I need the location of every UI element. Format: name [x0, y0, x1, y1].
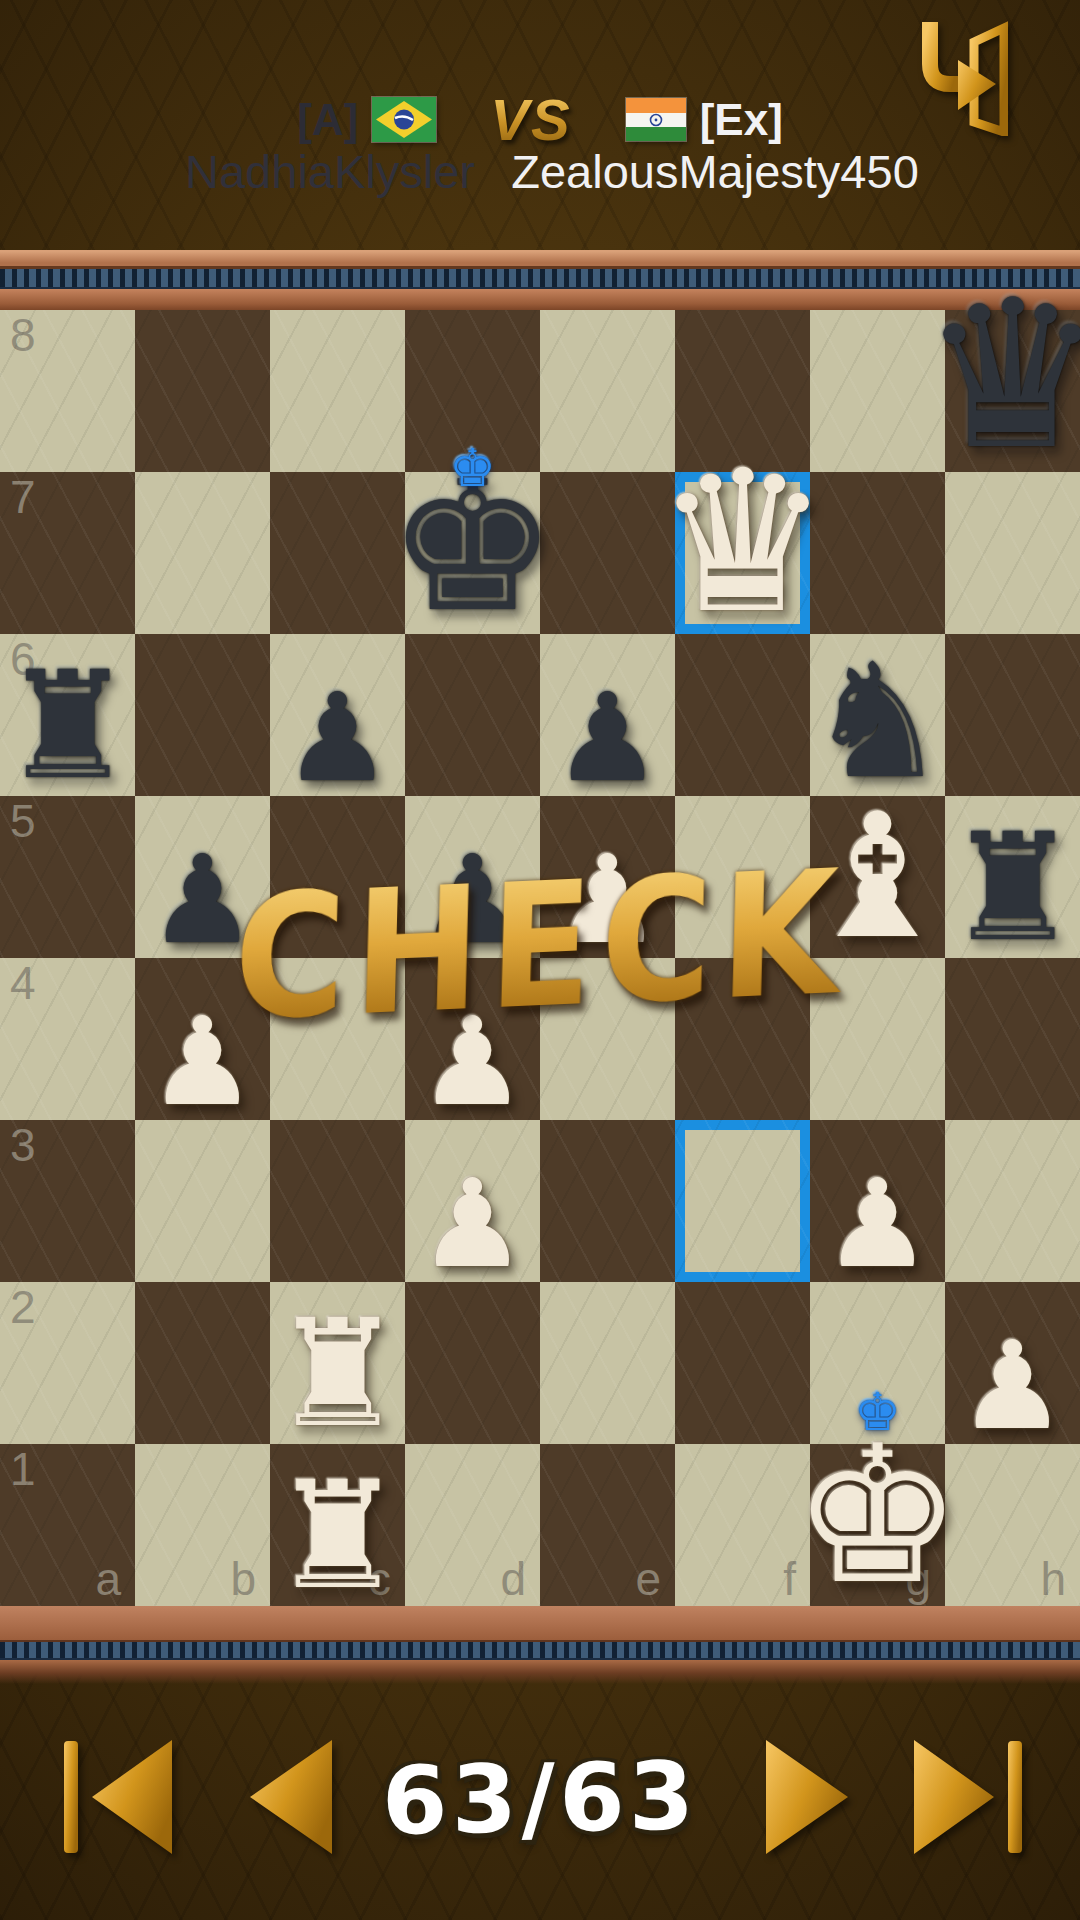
- exit-door-arrow-icon: [916, 124, 1008, 139]
- square-b5[interactable]: [135, 796, 270, 958]
- square-a8[interactable]: 8: [0, 310, 135, 472]
- match-header: [A] VS [Ex] Nadh: [0, 0, 1080, 250]
- square-a5[interactable]: 5: [0, 796, 135, 958]
- square-e4[interactable]: [540, 958, 675, 1120]
- square-a7[interactable]: 7: [0, 472, 135, 634]
- square-b6[interactable]: [135, 634, 270, 796]
- vs-label: VS: [490, 86, 571, 153]
- square-d6[interactable]: [405, 634, 540, 796]
- square-g3[interactable]: [810, 1120, 945, 1282]
- square-a1[interactable]: 1a: [0, 1444, 135, 1606]
- square-f7[interactable]: [675, 472, 810, 634]
- square-b2[interactable]: [135, 1282, 270, 1444]
- white-player-name: ZealousMajesty450: [425, 144, 1005, 199]
- square-a6[interactable]: 6: [0, 634, 135, 796]
- square-f4[interactable]: [675, 958, 810, 1120]
- skip-to-end-button[interactable]: [914, 1738, 1022, 1859]
- rank-label-2: 2: [10, 1284, 36, 1330]
- rank-label-6: 6: [10, 636, 36, 682]
- square-e5[interactable]: [540, 796, 675, 958]
- next-move-button[interactable]: [766, 1738, 852, 1859]
- square-e7[interactable]: [540, 472, 675, 634]
- black-player-tag: [A]: [297, 95, 358, 145]
- square-g4[interactable]: [810, 958, 945, 1120]
- square-h3[interactable]: [945, 1120, 1080, 1282]
- square-b8[interactable]: [135, 310, 270, 472]
- rank-label-5: 5: [10, 798, 36, 844]
- square-g6[interactable]: [810, 634, 945, 796]
- square-c5[interactable]: [270, 796, 405, 958]
- next-move-icon: [766, 1844, 852, 1859]
- file-label-b: b: [230, 1556, 256, 1602]
- square-g2[interactable]: [810, 1282, 945, 1444]
- board-frame-bottom: [0, 1606, 1080, 1684]
- board-frame-top: [0, 250, 1080, 310]
- square-c6[interactable]: [270, 634, 405, 796]
- skip-to-end-icon: [914, 1844, 1022, 1859]
- square-a4[interactable]: 4: [0, 958, 135, 1120]
- square-f2[interactable]: [675, 1282, 810, 1444]
- brazil-flag-icon: [372, 97, 436, 142]
- rank-label-8: 8: [10, 312, 36, 358]
- rank-label-7: 7: [10, 474, 36, 520]
- square-f8[interactable]: [675, 310, 810, 472]
- square-b3[interactable]: [135, 1120, 270, 1282]
- square-h6[interactable]: [945, 634, 1080, 796]
- square-b4[interactable]: [135, 958, 270, 1120]
- square-d5[interactable]: [405, 796, 540, 958]
- file-label-f: f: [783, 1556, 796, 1602]
- india-flag-icon: [626, 98, 686, 141]
- file-label-d: d: [500, 1556, 526, 1602]
- square-c4[interactable]: [270, 958, 405, 1120]
- square-d7[interactable]: [405, 472, 540, 634]
- rank-label-1: 1: [10, 1446, 36, 1492]
- square-c2[interactable]: [270, 1282, 405, 1444]
- square-e6[interactable]: [540, 634, 675, 796]
- square-d4[interactable]: [405, 958, 540, 1120]
- square-f5[interactable]: [675, 796, 810, 958]
- square-h8[interactable]: [945, 310, 1080, 472]
- exit-button[interactable]: [916, 18, 1008, 136]
- square-a2[interactable]: 2: [0, 1282, 135, 1444]
- file-label-h: h: [1040, 1556, 1066, 1602]
- square-e3[interactable]: [540, 1120, 675, 1282]
- square-b1[interactable]: b: [135, 1444, 270, 1606]
- square-h2[interactable]: [945, 1282, 1080, 1444]
- square-c8[interactable]: [270, 310, 405, 472]
- square-e8[interactable]: [540, 310, 675, 472]
- square-g7[interactable]: [810, 472, 945, 634]
- square-c7[interactable]: [270, 472, 405, 634]
- file-label-e: e: [635, 1556, 661, 1602]
- square-a3[interactable]: 3: [0, 1120, 135, 1282]
- square-e2[interactable]: [540, 1282, 675, 1444]
- square-g8[interactable]: [810, 310, 945, 472]
- square-d2[interactable]: [405, 1282, 540, 1444]
- rank-label-3: 3: [10, 1122, 36, 1168]
- square-h4[interactable]: [945, 958, 1080, 1120]
- square-c3[interactable]: [270, 1120, 405, 1282]
- file-label-c: c: [368, 1556, 391, 1602]
- square-f6[interactable]: [675, 634, 810, 796]
- white-player-tag: [Ex]: [700, 95, 783, 145]
- square-h7[interactable]: [945, 472, 1080, 634]
- square-c1[interactable]: c: [270, 1444, 405, 1606]
- chess-board[interactable]: 87654321abcdefgh ♛♚♚♛♜♟♟♞♟♟♟♝♜♟♟♟♟♜♟♜♚♚ …: [0, 310, 1080, 1606]
- file-label-g: g: [905, 1556, 931, 1602]
- file-label-a: a: [95, 1556, 121, 1602]
- square-h5[interactable]: [945, 796, 1080, 958]
- square-d8[interactable]: [405, 310, 540, 472]
- square-g5[interactable]: [810, 796, 945, 958]
- square-d3[interactable]: [405, 1120, 540, 1282]
- square-b7[interactable]: [135, 472, 270, 634]
- replay-controls: 63/63: [0, 1738, 1080, 1862]
- square-e1[interactable]: e: [540, 1444, 675, 1606]
- board-squares: 87654321abcdefgh: [0, 310, 1080, 1606]
- chess-app: [A] VS [Ex] Nadh: [0, 0, 1080, 1920]
- rank-label-4: 4: [10, 960, 36, 1006]
- square-d1[interactable]: d: [405, 1444, 540, 1606]
- square-f3[interactable]: [675, 1120, 810, 1282]
- square-f1[interactable]: f: [675, 1444, 810, 1606]
- square-g1[interactable]: g: [810, 1444, 945, 1606]
- square-h1[interactable]: h: [945, 1444, 1080, 1606]
